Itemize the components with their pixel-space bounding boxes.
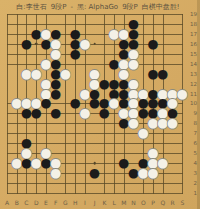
column-label-E: E bbox=[44, 199, 48, 206]
intersection-C16[interactable]: ● bbox=[22, 39, 32, 49]
row-label-5: 5 bbox=[186, 150, 197, 156]
intersection-E7[interactable] bbox=[41, 128, 51, 138]
column-label-F: F bbox=[54, 199, 57, 206]
intersection-Q3[interactable] bbox=[158, 168, 168, 178]
row-label-12: 12 bbox=[186, 81, 197, 87]
intersection-P2[interactable] bbox=[148, 178, 158, 188]
intersection-B12[interactable] bbox=[12, 79, 22, 89]
intersection-B3[interactable] bbox=[12, 168, 22, 178]
intersection-P18[interactable] bbox=[148, 19, 158, 29]
intersection-H5[interactable] bbox=[70, 148, 80, 158]
intersection-D9[interactable]: ● bbox=[31, 108, 41, 118]
intersection-D2[interactable] bbox=[31, 178, 41, 188]
black-stone: ● bbox=[50, 89, 61, 99]
go-game-screen: 白:李世石 9段P - 黑: AlphaGo 9段P 白棋中盘胜! ●●●●●●… bbox=[0, 0, 200, 209]
column-label-O: O bbox=[141, 199, 146, 206]
row-label-4: 4 bbox=[186, 160, 197, 166]
intersection-F6[interactable] bbox=[51, 138, 61, 148]
intersection-E19[interactable] bbox=[41, 9, 51, 19]
intersection-C19[interactable] bbox=[22, 9, 32, 19]
intersection-Q2[interactable] bbox=[158, 178, 168, 188]
row-label-10: 10 bbox=[186, 100, 197, 106]
intersection-I16[interactable]: ● bbox=[80, 39, 90, 49]
row-label-8: 8 bbox=[186, 120, 197, 126]
go-board[interactable]: ●●●●●●●●●●●●●●●●●●●●●●●●●●●●●●●●●●●●●●●●… bbox=[2, 9, 187, 198]
intersection-G9[interactable] bbox=[61, 108, 71, 118]
column-label-R: R bbox=[170, 199, 174, 206]
intersection-Q13[interactable]: ● bbox=[158, 69, 168, 79]
intersection-D19[interactable] bbox=[31, 9, 41, 19]
intersection-K18[interactable] bbox=[99, 19, 109, 29]
intersection-J15[interactable] bbox=[90, 49, 100, 59]
row-label-18: 18 bbox=[186, 21, 197, 27]
intersection-A12[interactable] bbox=[2, 79, 12, 89]
row-label-16: 16 bbox=[186, 41, 197, 47]
intersection-O6[interactable] bbox=[138, 138, 148, 148]
intersection-G3[interactable] bbox=[61, 168, 71, 178]
intersection-N8[interactable]: ● bbox=[129, 118, 139, 128]
intersection-F2[interactable] bbox=[51, 178, 61, 188]
intersection-G18[interactable] bbox=[61, 19, 71, 29]
intersection-C3[interactable] bbox=[22, 168, 32, 178]
intersection-K15[interactable] bbox=[99, 49, 109, 59]
intersection-A1[interactable] bbox=[2, 188, 12, 198]
intersection-H4[interactable] bbox=[70, 158, 80, 168]
intersection-I15[interactable] bbox=[80, 49, 90, 59]
intersection-I1[interactable] bbox=[80, 188, 90, 198]
intersection-R13[interactable] bbox=[168, 69, 178, 79]
black-stone: ● bbox=[70, 49, 81, 59]
column-label-N: N bbox=[131, 199, 136, 206]
intersection-Q17[interactable] bbox=[158, 29, 168, 39]
intersection-A18[interactable] bbox=[2, 19, 12, 29]
intersection-D1[interactable] bbox=[31, 188, 41, 198]
intersection-G1[interactable] bbox=[61, 188, 71, 198]
intersection-P7[interactable] bbox=[148, 128, 158, 138]
column-label-S: S bbox=[180, 199, 184, 206]
intersection-N14[interactable]: ● bbox=[129, 59, 139, 69]
intersection-M1[interactable] bbox=[119, 188, 129, 198]
intersection-G2[interactable] bbox=[61, 178, 71, 188]
intersection-K4[interactable] bbox=[99, 158, 109, 168]
intersection-B1[interactable] bbox=[12, 188, 22, 198]
intersection-N2[interactable] bbox=[129, 178, 139, 188]
column-label-B: B bbox=[15, 199, 19, 206]
intersection-B15[interactable] bbox=[12, 49, 22, 59]
intersection-J8[interactable] bbox=[90, 118, 100, 128]
intersection-O14[interactable] bbox=[138, 59, 148, 69]
intersection-K8[interactable] bbox=[99, 118, 109, 128]
intersection-L1[interactable] bbox=[109, 188, 119, 198]
intersection-B8[interactable] bbox=[12, 118, 22, 128]
black-stone: ● bbox=[148, 39, 159, 49]
intersection-A9[interactable] bbox=[2, 108, 12, 118]
intersection-E2[interactable] bbox=[41, 178, 51, 188]
intersection-O19[interactable] bbox=[138, 9, 148, 19]
intersection-I9[interactable]: ● bbox=[80, 108, 90, 118]
intersection-A15[interactable] bbox=[2, 49, 12, 59]
column-label-J: J bbox=[94, 199, 96, 206]
intersection-J19[interactable] bbox=[90, 9, 100, 19]
intersection-O17[interactable] bbox=[138, 29, 148, 39]
intersection-R5[interactable] bbox=[168, 148, 178, 158]
intersection-M2[interactable] bbox=[119, 178, 129, 188]
column-label-K: K bbox=[102, 199, 106, 206]
intersection-J3[interactable]: ● bbox=[90, 168, 100, 178]
intersection-H13[interactable] bbox=[70, 69, 80, 79]
intersection-K6[interactable] bbox=[99, 138, 109, 148]
intersection-F11[interactable]: ● bbox=[51, 89, 61, 99]
intersection-Q7[interactable] bbox=[158, 128, 168, 138]
intersection-R6[interactable] bbox=[168, 138, 178, 148]
row-label-1: 1 bbox=[186, 190, 197, 196]
white-stone: ● bbox=[138, 128, 149, 138]
row-label-9: 9 bbox=[186, 110, 197, 116]
intersection-I8[interactable] bbox=[80, 118, 90, 128]
intersection-D7[interactable] bbox=[31, 128, 41, 138]
white-stone: ● bbox=[79, 108, 90, 118]
intersection-R17[interactable] bbox=[168, 29, 178, 39]
intersection-O1[interactable] bbox=[138, 188, 148, 198]
white-stone: ● bbox=[50, 168, 61, 178]
intersection-Q15[interactable] bbox=[158, 49, 168, 59]
black-stone: ● bbox=[89, 168, 100, 178]
intersection-P1[interactable] bbox=[148, 188, 158, 198]
column-label-C: C bbox=[24, 199, 28, 206]
white-stone: ● bbox=[79, 39, 90, 49]
black-stone: ● bbox=[157, 69, 168, 79]
intersection-J2[interactable] bbox=[90, 178, 100, 188]
white-stone: ● bbox=[167, 118, 178, 128]
column-label-A: A bbox=[5, 199, 9, 206]
intersection-R7[interactable] bbox=[168, 128, 178, 138]
intersection-Q16[interactable] bbox=[158, 39, 168, 49]
white-stone: ● bbox=[148, 168, 159, 178]
intersection-Q19[interactable] bbox=[158, 9, 168, 19]
intersection-F9[interactable]: ● bbox=[51, 108, 61, 118]
intersection-J5[interactable] bbox=[90, 148, 100, 158]
intersection-H7[interactable] bbox=[70, 128, 80, 138]
intersection-N1[interactable] bbox=[129, 188, 139, 198]
intersection-L2[interactable] bbox=[109, 178, 119, 188]
intersection-G4[interactable] bbox=[61, 158, 71, 168]
intersection-A16[interactable] bbox=[2, 39, 12, 49]
intersection-R16[interactable] bbox=[168, 39, 178, 49]
intersection-J6[interactable] bbox=[90, 138, 100, 148]
intersection-H19[interactable] bbox=[70, 9, 80, 19]
black-stone: ● bbox=[31, 108, 42, 118]
intersection-A6[interactable] bbox=[2, 138, 12, 148]
intersection-R8[interactable]: ● bbox=[168, 118, 178, 128]
intersection-C12[interactable] bbox=[22, 79, 32, 89]
row-label-7: 7 bbox=[186, 130, 197, 136]
intersection-Q4[interactable]: ● bbox=[158, 158, 168, 168]
intersection-C2[interactable] bbox=[22, 178, 32, 188]
row-label-3: 3 bbox=[186, 170, 197, 176]
intersection-G19[interactable] bbox=[61, 9, 71, 19]
intersection-G11[interactable] bbox=[61, 89, 71, 99]
intersection-A8[interactable] bbox=[2, 118, 12, 128]
intersection-K9[interactable]: ● bbox=[99, 108, 109, 118]
right-edge-shade bbox=[197, 0, 200, 209]
row-label-13: 13 bbox=[186, 71, 197, 77]
intersection-E1[interactable] bbox=[41, 188, 51, 198]
column-label-P: P bbox=[151, 199, 155, 206]
intersection-C8[interactable] bbox=[22, 118, 32, 128]
column-label-D: D bbox=[34, 199, 39, 206]
row-label-14: 14 bbox=[186, 61, 197, 67]
intersection-P19[interactable] bbox=[148, 9, 158, 19]
intersection-J16[interactable] bbox=[90, 39, 100, 49]
intersection-B18[interactable] bbox=[12, 19, 22, 29]
intersection-Q6[interactable] bbox=[158, 138, 168, 148]
black-stone: ● bbox=[50, 108, 61, 118]
intersection-K19[interactable] bbox=[99, 9, 109, 19]
intersection-I7[interactable] bbox=[80, 128, 90, 138]
intersection-R1[interactable] bbox=[168, 188, 178, 198]
intersection-L6[interactable] bbox=[109, 138, 119, 148]
intersection-A2[interactable] bbox=[2, 178, 12, 188]
intersection-K2[interactable] bbox=[99, 178, 109, 188]
intersection-I19[interactable] bbox=[80, 9, 90, 19]
white-stone: ● bbox=[60, 69, 71, 79]
column-label-H: H bbox=[73, 199, 78, 206]
intersection-C1[interactable] bbox=[22, 188, 32, 198]
intersection-I2[interactable] bbox=[80, 178, 90, 188]
column-label-L: L bbox=[112, 199, 115, 206]
intersection-F1[interactable] bbox=[51, 188, 61, 198]
intersection-Q1[interactable] bbox=[158, 188, 168, 198]
intersection-K7[interactable] bbox=[99, 128, 109, 138]
intersection-F8[interactable] bbox=[51, 118, 61, 128]
intersection-R4[interactable] bbox=[168, 158, 178, 168]
intersection-R3[interactable] bbox=[168, 168, 178, 178]
intersection-A7[interactable] bbox=[2, 128, 12, 138]
intersection-R19[interactable] bbox=[168, 9, 178, 19]
white-stone: ● bbox=[128, 59, 139, 69]
intersection-J7[interactable] bbox=[90, 128, 100, 138]
intersection-H14[interactable] bbox=[70, 59, 80, 69]
row-label-11: 11 bbox=[186, 91, 197, 97]
row-label-17: 17 bbox=[186, 31, 197, 37]
intersection-A13[interactable] bbox=[2, 69, 12, 79]
intersection-I18[interactable] bbox=[80, 19, 90, 29]
intersection-A17[interactable] bbox=[2, 29, 12, 39]
intersection-H15[interactable]: ● bbox=[70, 49, 80, 59]
row-label-19: 19 bbox=[186, 11, 197, 17]
intersection-G8[interactable] bbox=[61, 118, 71, 128]
row-label-15: 15 bbox=[186, 51, 197, 57]
intersection-R15[interactable] bbox=[168, 49, 178, 59]
intersection-B19[interactable] bbox=[12, 9, 22, 19]
intersection-L7[interactable] bbox=[109, 128, 119, 138]
intersection-R2[interactable] bbox=[168, 178, 178, 188]
black-stone: ● bbox=[99, 108, 110, 118]
intersection-M7[interactable] bbox=[119, 128, 129, 138]
intersection-D3[interactable] bbox=[31, 168, 41, 178]
intersection-G7[interactable] bbox=[61, 128, 71, 138]
intersection-G13[interactable]: ● bbox=[61, 69, 71, 79]
intersection-K1[interactable] bbox=[99, 188, 109, 198]
intersection-A3[interactable] bbox=[2, 168, 12, 178]
intersection-H1[interactable] bbox=[70, 188, 80, 198]
intersection-O2[interactable] bbox=[138, 178, 148, 188]
intersection-K16[interactable] bbox=[99, 39, 109, 49]
intersection-I6[interactable] bbox=[80, 138, 90, 148]
intersection-P3[interactable]: ● bbox=[148, 168, 158, 178]
intersection-J1[interactable] bbox=[90, 188, 100, 198]
intersection-O7[interactable]: ● bbox=[138, 128, 148, 138]
intersection-H3[interactable] bbox=[70, 168, 80, 178]
intersection-H8[interactable] bbox=[70, 118, 80, 128]
row-label-2: 2 bbox=[186, 180, 197, 186]
intersection-P15[interactable] bbox=[148, 49, 158, 59]
column-label-G: G bbox=[63, 199, 68, 206]
intersection-L19[interactable] bbox=[109, 9, 119, 19]
intersection-A19[interactable] bbox=[2, 9, 12, 19]
intersection-R14[interactable] bbox=[168, 59, 178, 69]
intersection-N5[interactable] bbox=[129, 148, 139, 158]
intersection-J18[interactable] bbox=[90, 19, 100, 29]
intersection-A14[interactable] bbox=[2, 59, 12, 69]
intersection-H2[interactable] bbox=[70, 178, 80, 188]
intersection-N6[interactable] bbox=[129, 138, 139, 148]
intersection-O15[interactable] bbox=[138, 49, 148, 59]
intersection-K5[interactable] bbox=[99, 148, 109, 158]
intersection-D8[interactable] bbox=[31, 118, 41, 128]
intersection-L3[interactable] bbox=[109, 168, 119, 178]
intersection-B2[interactable] bbox=[12, 178, 22, 188]
intersection-J17[interactable] bbox=[90, 29, 100, 39]
intersection-Q18[interactable] bbox=[158, 19, 168, 29]
intersection-E8[interactable] bbox=[41, 118, 51, 128]
row-label-6: 6 bbox=[186, 140, 197, 146]
black-stone: ● bbox=[21, 39, 32, 49]
intersection-F7[interactable] bbox=[51, 128, 61, 138]
column-label-Q: Q bbox=[160, 199, 165, 206]
intersection-O18[interactable] bbox=[138, 19, 148, 29]
column-label-I: I bbox=[84, 199, 86, 206]
intersection-R18[interactable] bbox=[168, 19, 178, 29]
intersection-G5[interactable] bbox=[61, 148, 71, 158]
intersection-K3[interactable] bbox=[99, 168, 109, 178]
intersection-H6[interactable] bbox=[70, 138, 80, 148]
intersection-F3[interactable]: ● bbox=[51, 168, 61, 178]
intersection-P16[interactable]: ● bbox=[148, 39, 158, 49]
intersection-G12[interactable] bbox=[61, 79, 71, 89]
column-label-M: M bbox=[121, 199, 126, 206]
intersection-G6[interactable] bbox=[61, 138, 71, 148]
intersection-I5[interactable] bbox=[80, 148, 90, 158]
intersection-F19[interactable] bbox=[51, 9, 61, 19]
intersection-M6[interactable] bbox=[119, 138, 129, 148]
intersection-C15[interactable] bbox=[22, 49, 32, 59]
intersection-C18[interactable] bbox=[22, 19, 32, 29]
